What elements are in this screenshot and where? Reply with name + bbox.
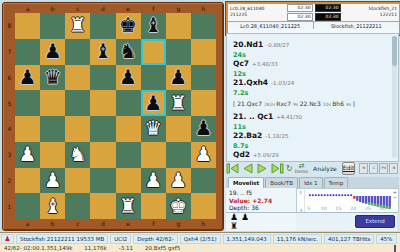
- square-h5[interactable]: [191, 90, 216, 116]
- square-e6[interactable]: ♟: [116, 65, 141, 91]
- engine-pawn-icon: ♟: [1, 234, 14, 244]
- square-b3[interactable]: [40, 142, 65, 168]
- analysis-depth: Depth: 36: [229, 204, 298, 212]
- file-label-e: e: [116, 5, 141, 13]
- next-move-button[interactable]: [256, 163, 269, 175]
- square-a2[interactable]: [15, 168, 40, 194]
- status-detail-1: 11,176k: [84, 244, 106, 252]
- rank-label-5: 5: [5, 90, 14, 116]
- tab-temp[interactable]: Temp: [324, 177, 349, 188]
- black-bishop: ♝: [144, 13, 162, 38]
- square-c2[interactable]: [65, 168, 90, 194]
- eval-graph[interactable]: 5 -5 51015202530 + −: [296, 188, 399, 213]
- captured-black-rook: ♜: [230, 221, 238, 231]
- move-entry[interactable]: 20.Nd1-0.88/27: [233, 37, 390, 47]
- engine-status-bar: ♟ Stockfish 21122211 19533 MBUCI2Depth 4…: [0, 232, 400, 252]
- white-player-box: Lc0.28_611040 211225 02:30 02:30: [228, 4, 314, 21]
- black-player-name: Stockfish_21 122211: [342, 4, 400, 21]
- white-pawn: ♟: [19, 142, 37, 167]
- square-g3[interactable]: [166, 142, 191, 168]
- move-time: 12s: [233, 66, 390, 75]
- lower-right-panel: Extend: [296, 212, 397, 231]
- square-b1[interactable]: ♝: [40, 193, 65, 219]
- square-e1[interactable]: ♜: [116, 193, 141, 219]
- square-d5[interactable]: [90, 90, 115, 116]
- square-a8[interactable]: [15, 13, 40, 39]
- square-a3[interactable]: ♟: [15, 142, 40, 168]
- square-h7[interactable]: [191, 39, 216, 65]
- demo-button[interactable]: ⇄ Demo: [295, 163, 308, 174]
- white-clock-secondary: 02:30: [287, 13, 313, 21]
- square-b5[interactable]: [40, 90, 65, 116]
- white-rook: ♜: [69, 13, 87, 38]
- black-pawn: ♟: [194, 116, 212, 141]
- white-pawn: ♟: [194, 142, 212, 167]
- file-label-h: h: [191, 220, 216, 228]
- square-g7[interactable]: [166, 39, 191, 65]
- status-cell-5: 11,176 kN/sec.: [273, 234, 322, 244]
- file-labels-top: abcdefgh: [15, 5, 216, 13]
- square-f8[interactable]: ♝: [141, 13, 166, 39]
- square-a7[interactable]: [15, 39, 40, 65]
- chess-gui-window: abcdefgh 87654321 ♜♚♝♟♝♞♟♛♟♟♟♜♛♟♟♞♟♟♟♟♝♜…: [0, 0, 400, 252]
- move-entry[interactable]: 21.Qxh4-1.03/24: [233, 75, 390, 85]
- square-c7[interactable]: [65, 39, 90, 65]
- square-e2[interactable]: [116, 168, 141, 194]
- white-king: ♚: [169, 194, 187, 219]
- file-label-a: a: [15, 5, 40, 13]
- analysis-move: 19. .. f5: [229, 189, 298, 197]
- square-f4[interactable]: ♛: [141, 116, 166, 142]
- square-h8[interactable]: [191, 13, 216, 39]
- square-b7[interactable]: ♟: [40, 39, 65, 65]
- white-rook: ♜: [169, 91, 187, 116]
- rank-label-3: 3: [5, 142, 14, 168]
- captured-black-pawn: ♟: [241, 212, 249, 222]
- panel-tabs: MovelistBook/TBIdx 1Temp: [226, 177, 399, 188]
- black-knight: ♞: [119, 39, 137, 64]
- black-pawn: ♟: [169, 65, 187, 90]
- square-e8[interactable]: ♚: [116, 13, 141, 39]
- file-label-f: f: [141, 5, 166, 13]
- captured-pieces-tray: ♟ ♟ ♜: [226, 212, 299, 231]
- rank-label-8: 8: [5, 13, 14, 39]
- square-b2[interactable]: ♟: [40, 168, 65, 194]
- white-clock-main: 02:30: [287, 4, 313, 12]
- square-h1[interactable]: [191, 193, 216, 219]
- black-bishop: ♝: [94, 39, 112, 64]
- svg-text:20: 20: [350, 206, 356, 211]
- eval-graph-y-axis: 5 -5: [297, 189, 305, 214]
- mini-button-b[interactable]: B: [389, 163, 398, 174]
- square-g6[interactable]: ♟: [166, 65, 191, 91]
- mini-buttons-group: NCPVB: [359, 163, 398, 174]
- move-entry[interactable]: Qc7+3.48/33: [233, 56, 390, 66]
- black-pawn: ♟: [144, 91, 162, 116]
- black-clock-secondary: 02:30: [315, 13, 341, 21]
- rank-labels-left: 87654321: [5, 13, 14, 219]
- square-c5[interactable]: [65, 90, 90, 116]
- black-player-full-name: Stockfish_21122211: [314, 22, 400, 29]
- black-clock: 02:30 02:30: [314, 4, 342, 21]
- square-b8[interactable]: [40, 13, 65, 39]
- graph-zoom-out-button[interactable]: −: [393, 195, 397, 200]
- move-list[interactable]: 20.Nd1-0.88/2724sQc7+3.48/3312s21.Qxh4-1…: [226, 33, 399, 162]
- square-f7[interactable]: [141, 39, 166, 65]
- black-king: ♚: [119, 13, 137, 38]
- mini-button-n[interactable]: N: [359, 163, 368, 174]
- square-g8[interactable]: [166, 13, 191, 39]
- status-cell-0: Stockfish 21122211 19533 MB: [16, 234, 108, 244]
- mini-button-pv[interactable]: PV: [379, 163, 388, 174]
- square-e7[interactable]: ♞: [116, 39, 141, 65]
- square-g5[interactable]: ♜: [166, 90, 191, 116]
- file-label-f: f: [141, 220, 166, 228]
- variation-line[interactable]: [ 21.Qxc7 282s Rxc7 9s 22.Nc3 10s Bh6 4s…: [233, 99, 390, 109]
- status-detail-0: 42/62- 02:00.1.351,149k: [4, 244, 72, 252]
- square-h3[interactable]: ♟: [191, 142, 216, 168]
- chess-board[interactable]: ♜♚♝♟♝♞♟♛♟♟♟♜♛♟♟♞♟♟♟♟♝♜♚: [15, 13, 216, 219]
- move-entry[interactable]: Qd2+5.09/29: [233, 147, 390, 157]
- black-pawn: ♟: [44, 39, 62, 64]
- white-player-full-name: Lc0.28_611040_211225: [228, 22, 314, 29]
- rank-label-4: 4: [5, 116, 14, 142]
- file-labels-bottom: abcdefgh: [15, 220, 216, 228]
- status-cell-7: 45%: [376, 234, 396, 244]
- file-label-c: c: [65, 5, 90, 13]
- status-cell-3: Qxh4 (2/51): [180, 234, 221, 244]
- square-h6[interactable]: [191, 65, 216, 91]
- last-move-button[interactable]: [271, 163, 284, 175]
- chess-board-frame: abcdefgh 87654321 ♜♚♝♟♝♞♟♛♟♟♟♜♛♟♟♞♟♟♟♟♝♜…: [2, 2, 224, 231]
- rank-label-2: 2: [5, 168, 14, 194]
- first-move-button[interactable]: [226, 163, 239, 175]
- square-f2[interactable]: ♟: [141, 168, 166, 194]
- square-d1[interactable]: [90, 193, 115, 219]
- square-c8[interactable]: ♜: [65, 13, 90, 39]
- square-d8[interactable]: [90, 13, 115, 39]
- file-label-d: d: [90, 220, 115, 228]
- file-label-h: h: [191, 5, 216, 13]
- rank-label-1: 1: [5, 193, 14, 219]
- tab-book-tb[interactable]: Book/TB: [265, 177, 298, 188]
- square-f5[interactable]: ♟: [141, 90, 166, 116]
- square-d2[interactable]: [90, 168, 115, 194]
- square-a4[interactable]: [15, 116, 40, 142]
- square-d4[interactable]: [90, 116, 115, 142]
- navigation-toolbar: ↻ ⇄ Demo Analyze Edit NCPVB: [226, 161, 397, 176]
- square-c4[interactable]: [65, 116, 90, 142]
- square-a1[interactable]: [15, 193, 40, 219]
- analyze-button[interactable]: Analyze: [313, 165, 337, 172]
- square-e5[interactable]: [116, 90, 141, 116]
- square-d6[interactable]: [90, 65, 115, 91]
- square-h4[interactable]: ♟: [191, 116, 216, 142]
- white-player-name: Lc0.28_611040 211225: [228, 4, 286, 21]
- square-c1[interactable]: [65, 193, 90, 219]
- status-cell-6: 401,127 TBHits: [324, 234, 374, 244]
- refresh-button[interactable]: ↻: [286, 165, 293, 173]
- file-label-b: b: [40, 5, 65, 13]
- file-label-d: d: [90, 5, 115, 13]
- status-detail-2: -3.11: [119, 244, 133, 252]
- svg-text:15: 15: [336, 206, 342, 211]
- square-c6[interactable]: [65, 65, 90, 91]
- square-f3[interactable]: [141, 142, 166, 168]
- analysis-info: 19. .. f5 Value: +2.74 Depth: 36: [226, 188, 299, 212]
- move-entry[interactable]: 22.Ba2-1.18/25: [233, 128, 390, 138]
- status-detail-3: 20.Bxf5 gxf5: [145, 244, 180, 252]
- move-entry[interactable]: 21. .. Qc1+4.41/30: [233, 109, 390, 119]
- status-cell-4: 1.351,149.043: [223, 234, 271, 244]
- square-b4[interactable]: [40, 116, 65, 142]
- square-g4[interactable]: [166, 116, 191, 142]
- square-d3[interactable]: [90, 142, 115, 168]
- black-queen: ♛: [44, 65, 62, 90]
- analysis-value: Value: +2.74: [229, 197, 298, 205]
- square-f1[interactable]: [141, 193, 166, 219]
- file-label-g: g: [166, 5, 191, 13]
- movelist-scrollbar[interactable]: [392, 36, 397, 158]
- black-pawn: ♟: [19, 65, 37, 90]
- mini-button-c[interactable]: C: [369, 163, 378, 174]
- file-label-c: c: [65, 220, 90, 228]
- square-e4[interactable]: [116, 116, 141, 142]
- white-clock: 02:30 02:30: [286, 4, 314, 21]
- circular-arrows-icon: ↻: [286, 165, 293, 173]
- square-g2[interactable]: ♟: [166, 168, 191, 194]
- square-h2[interactable]: [191, 168, 216, 194]
- edit-button[interactable]: Edit: [342, 162, 356, 175]
- tab-movelist[interactable]: Movelist: [228, 177, 264, 188]
- status-caret: [394, 245, 396, 252]
- file-label-g: g: [166, 220, 191, 228]
- file-label-a: a: [15, 220, 40, 228]
- square-c3[interactable]: ♞: [65, 142, 90, 168]
- square-e3[interactable]: [116, 142, 141, 168]
- svg-text:10: 10: [321, 206, 327, 211]
- file-label-b: b: [40, 220, 65, 228]
- previous-move-button[interactable]: [241, 163, 254, 175]
- svg-text:5: 5: [308, 206, 311, 211]
- white-rook: ♜: [119, 194, 137, 219]
- square-b6[interactable]: ♛: [40, 65, 65, 91]
- white-queen: ♛: [144, 116, 162, 141]
- extend-button[interactable]: Extend: [355, 215, 395, 228]
- tab-idx-1[interactable]: Idx 1: [299, 177, 323, 188]
- square-g1[interactable]: ♚: [166, 193, 191, 219]
- white-pawn: ♟: [144, 168, 162, 193]
- square-d7[interactable]: ♝: [90, 39, 115, 65]
- players-header: Lc0.28_611040 211225 02:30 02:30 02:30 0…: [226, 2, 400, 35]
- black-pawn: ♟: [119, 65, 137, 90]
- white-knight: ♞: [69, 142, 87, 167]
- svg-text:25: 25: [365, 206, 371, 211]
- white-bishop: ♝: [44, 194, 62, 219]
- square-f6[interactable]: [141, 65, 166, 91]
- square-a6[interactable]: ♟: [15, 65, 40, 91]
- rank-label-7: 7: [5, 39, 14, 65]
- white-pawn: ♟: [169, 168, 187, 193]
- movelist-scrollbar-thumb[interactable]: [392, 36, 397, 66]
- black-player-box: 02:30 02:30 Stockfish_21 122211: [314, 4, 400, 21]
- status-cell-1: UCI2: [110, 234, 131, 244]
- demo-label: Demo: [295, 169, 308, 174]
- black-clock-main: 02:30: [315, 4, 341, 12]
- status-cell-2: Depth 42/62-: [133, 234, 177, 244]
- rank-label-6: 6: [5, 65, 14, 91]
- square-a5[interactable]: [15, 90, 40, 116]
- white-pawn: ♟: [44, 168, 62, 193]
- file-label-e: e: [116, 220, 141, 228]
